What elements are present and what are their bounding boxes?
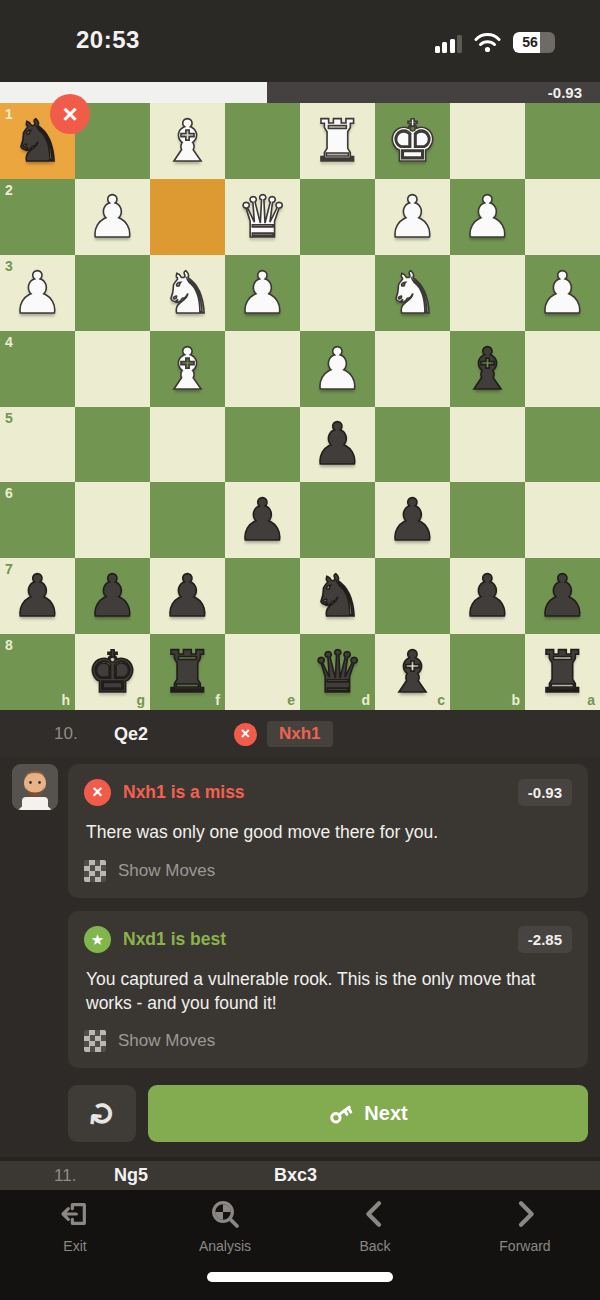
board-square-h2[interactable]: 2 (0, 179, 75, 255)
board-square-e1[interactable] (225, 103, 300, 179)
board-square-g7[interactable]: ♟ (75, 558, 150, 634)
file-label-a: a (587, 692, 595, 708)
board-square-e8[interactable]: e (225, 634, 300, 710)
miss-title: Nxh1 is a miss (123, 782, 245, 803)
game-review-screen: 20:53 56 -0.93 1♞♝♜♚2♟♛♟♟3♟♞♟♞♟4♝♟♝5♟6♟♟… (0, 0, 600, 1300)
move-number: 11. (54, 1166, 114, 1186)
exit-icon (59, 1198, 91, 1230)
board-square-a4[interactable] (525, 331, 600, 407)
show-moves-button[interactable]: Show Moves (84, 860, 572, 882)
black-pawn-c6: ♟ (375, 482, 450, 558)
white-knight-c3: ♞ (375, 255, 450, 331)
board-square-c5[interactable] (375, 407, 450, 483)
board-square-f2[interactable] (150, 179, 225, 255)
chess-board: 1♞♝♜♚2♟♛♟♟3♟♞♟♞♟4♝♟♝5♟6♟♟7♟♟♟♞♟♟8hg♚f♜ed… (0, 103, 600, 710)
rank-label-4: 4 (5, 334, 13, 350)
clock-time: 20:53 (76, 26, 140, 54)
nav-analysis[interactable]: Analysis (170, 1198, 280, 1254)
bottom-nav: Exit Analysis Back Forward (0, 1190, 600, 1300)
nav-exit-label: Exit (20, 1238, 130, 1254)
retry-icon: ↻ (82, 1098, 122, 1128)
board-square-d1[interactable]: ♜ (300, 103, 375, 179)
board-square-d7[interactable]: ♞ (300, 558, 375, 634)
board-square-e5[interactable] (225, 407, 300, 483)
board-square-d2[interactable] (300, 179, 375, 255)
board-square-g2[interactable]: ♟ (75, 179, 150, 255)
white-pawn-e3: ♟ (225, 255, 300, 331)
board-square-c4[interactable] (375, 331, 450, 407)
nav-back-label: Back (320, 1238, 430, 1254)
white-pawn-d4: ♟ (300, 331, 375, 407)
best-eval-badge: -2.85 (518, 926, 572, 953)
white-rook-d1: ♜ (300, 103, 375, 179)
rank-label-5: 5 (5, 410, 13, 426)
board-square-b5[interactable] (450, 407, 525, 483)
rank-label-1: 1 (5, 106, 13, 122)
board-square-e2[interactable]: ♛ (225, 179, 300, 255)
rank-label-6: 6 (5, 485, 13, 501)
board-square-b7[interactable]: ♟ (450, 558, 525, 634)
analysis-icon (209, 1198, 241, 1230)
board-square-f6[interactable] (150, 482, 225, 558)
cell-signal-icon (435, 35, 463, 53)
file-label-h: h (61, 692, 70, 708)
board-square-c7[interactable] (375, 558, 450, 634)
black-pawn-b7: ♟ (450, 558, 525, 634)
black-pawn-g7: ♟ (75, 558, 150, 634)
file-label-c: c (437, 692, 445, 708)
black-move-selected[interactable]: Nxh1 (267, 721, 333, 747)
board-square-c6[interactable]: ♟ (375, 482, 450, 558)
nav-back[interactable]: Back (320, 1198, 430, 1254)
nav-forward-label: Forward (470, 1238, 580, 1254)
key-icon (325, 1097, 358, 1130)
rank-label-2: 2 (5, 182, 13, 198)
battery-percent: 56 (513, 32, 547, 53)
board-square-h4[interactable]: 4 (0, 331, 75, 407)
nav-exit[interactable]: Exit (20, 1198, 130, 1254)
board-square-a2[interactable] (525, 179, 600, 255)
board-square-h7[interactable]: 7♟ (0, 558, 75, 634)
file-label-g: g (136, 692, 145, 708)
board-square-f3[interactable]: ♞ (150, 255, 225, 331)
next-button[interactable]: Next (148, 1085, 588, 1142)
mini-board-icon (84, 1030, 106, 1052)
board-square-f1[interactable]: ♝ (150, 103, 225, 179)
retry-button[interactable]: ↻ (68, 1085, 136, 1142)
board-square-d5[interactable]: ♟ (300, 407, 375, 483)
white-bishop-f1: ♝ (150, 103, 225, 179)
move-row-current: 10. Qe2 × Nxh1 (0, 710, 600, 758)
show-moves-label: Show Moves (118, 1031, 215, 1051)
miss-circle-icon: × (84, 779, 111, 806)
rank-label-8: 8 (5, 637, 13, 653)
black-pawn-f7: ♟ (150, 558, 225, 634)
black-knight-d7: ♞ (300, 558, 375, 634)
evaluation-bar: -0.93 (0, 82, 600, 103)
board-square-g5[interactable] (75, 407, 150, 483)
board-square-f5[interactable] (150, 407, 225, 483)
white-bishop-f4: ♝ (150, 331, 225, 407)
board-square-g6[interactable] (75, 482, 150, 558)
black-rook-f8: ♜ (150, 634, 225, 710)
board-square-h6[interactable]: 6 (0, 482, 75, 558)
nav-forward[interactable]: Forward (470, 1198, 580, 1254)
evaluation-bar-white-portion (0, 82, 267, 103)
comment-card-best: ★ Nxd1 is best -2.85 You captured a vuln… (68, 911, 588, 1068)
board-square-d4[interactable]: ♟ (300, 331, 375, 407)
comment-card-miss: × Nxh1 is a miss -0.93 There was only on… (68, 764, 588, 898)
board-square-e6[interactable]: ♟ (225, 482, 300, 558)
board-square-f4[interactable]: ♝ (150, 331, 225, 407)
white-pawn-a3: ♟ (525, 255, 600, 331)
white-move[interactable]: Ng5 (114, 1165, 274, 1186)
best-title: Nxd1 is best (123, 929, 226, 950)
evaluation-score: -0.93 (548, 82, 582, 103)
forward-chevron-icon (509, 1198, 541, 1230)
board-square-a5[interactable] (525, 407, 600, 483)
black-pawn-a7: ♟ (525, 558, 600, 634)
board-square-b8[interactable]: b (450, 634, 525, 710)
nav-analysis-label: Analysis (170, 1238, 280, 1254)
board-square-g8[interactable]: g♚ (75, 634, 150, 710)
white-pawn-g2: ♟ (75, 179, 150, 255)
wifi-icon (474, 33, 501, 53)
white-move[interactable]: Qe2 (114, 724, 234, 745)
rank-label-7: 7 (5, 561, 13, 577)
show-moves-button[interactable]: Show Moves (84, 1030, 572, 1052)
board-square-b6[interactable] (450, 482, 525, 558)
board-square-c1[interactable]: ♚ (375, 103, 450, 179)
white-pawn-c2: ♟ (375, 179, 450, 255)
board-square-e7[interactable] (225, 558, 300, 634)
board-square-e3[interactable]: ♟ (225, 255, 300, 331)
rank-label-3: 3 (5, 258, 13, 274)
board-square-b1[interactable] (450, 103, 525, 179)
black-pawn-e6: ♟ (225, 482, 300, 558)
board-square-a3[interactable]: ♟ (525, 255, 600, 331)
board-square-g4[interactable] (75, 331, 150, 407)
board-square-a6[interactable] (525, 482, 600, 558)
black-move[interactable]: Bxc3 (274, 1165, 317, 1186)
white-queen-e2: ♛ (225, 179, 300, 255)
miss-x-badge: × (50, 94, 90, 134)
best-comment-text: You captured a vulnerable rook. This is … (86, 968, 572, 1015)
move-row-next: 11. Ng5 Bxc3 (0, 1157, 600, 1190)
board-square-f7[interactable]: ♟ (150, 558, 225, 634)
back-chevron-icon (359, 1198, 391, 1230)
board-square-a7[interactable]: ♟ (525, 558, 600, 634)
board-square-b2[interactable]: ♟ (450, 179, 525, 255)
miss-comment-text: There was only one good move there for y… (86, 821, 572, 845)
white-pawn-b2: ♟ (450, 179, 525, 255)
miss-eval-badge: -0.93 (518, 779, 572, 806)
board-square-a8[interactable]: a♜ (525, 634, 600, 710)
show-moves-label: Show Moves (118, 861, 215, 881)
black-bishop-b4: ♝ (450, 331, 525, 407)
board-square-a1[interactable] (525, 103, 600, 179)
board-square-c3[interactable]: ♞ (375, 255, 450, 331)
board-square-h8[interactable]: 8h (0, 634, 75, 710)
status-bar: 20:53 56 (0, 0, 600, 82)
board-square-d8[interactable]: d♛ (300, 634, 375, 710)
black-pawn-d5: ♟ (300, 407, 375, 483)
board-square-e4[interactable] (225, 331, 300, 407)
board-square-g3[interactable] (75, 255, 150, 331)
board-square-c8[interactable]: c♝ (375, 634, 450, 710)
home-indicator[interactable] (207, 1272, 393, 1282)
board-square-c2[interactable]: ♟ (375, 179, 450, 255)
file-label-f: f (215, 692, 220, 708)
next-label: Next (364, 1102, 407, 1125)
mini-board-icon (84, 860, 106, 882)
move-number: 10. (54, 724, 114, 744)
best-star-icon: ★ (84, 926, 111, 953)
white-knight-f3: ♞ (150, 255, 225, 331)
board-square-b3[interactable] (450, 255, 525, 331)
avatar (12, 764, 58, 810)
battery-icon: 56 (513, 32, 555, 53)
file-label-e: e (287, 692, 295, 708)
board-square-h5[interactable]: 5 (0, 407, 75, 483)
file-label-d: d (361, 692, 370, 708)
miss-x-icon: × (234, 723, 257, 746)
board-square-f8[interactable]: f♜ (150, 634, 225, 710)
board-square-h3[interactable]: 3♟ (0, 255, 75, 331)
white-king-c1: ♚ (375, 103, 450, 179)
board-square-b4[interactable]: ♝ (450, 331, 525, 407)
board-square-d6[interactable] (300, 482, 375, 558)
file-label-b: b (511, 692, 520, 708)
board-square-d3[interactable] (300, 255, 375, 331)
